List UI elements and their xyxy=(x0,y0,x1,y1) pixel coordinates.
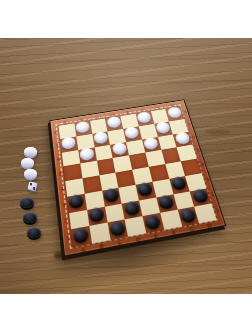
checker-black-c1[interactable] xyxy=(109,220,127,237)
spare-checker-black xyxy=(27,227,41,238)
checker-black-h2[interactable] xyxy=(191,188,209,204)
checker-white-c7[interactable] xyxy=(93,131,108,144)
checker-black-c3[interactable] xyxy=(103,188,120,204)
checker-black-b2[interactable] xyxy=(88,206,105,223)
wood-grain-streak xyxy=(205,130,231,134)
checker-black-f2[interactable] xyxy=(157,194,175,210)
checker-white-d8[interactable] xyxy=(106,116,121,129)
square-a1[interactable] xyxy=(71,226,92,247)
checker-white-d6[interactable] xyxy=(111,142,127,156)
checker-black-d2[interactable] xyxy=(123,200,140,216)
die xyxy=(27,181,38,192)
checker-white-g7[interactable] xyxy=(155,121,171,134)
checker-black-e1[interactable] xyxy=(144,213,162,230)
spare-checker-black xyxy=(20,197,34,208)
product-photo: ABCDEFGHABCDEFGH8765432187654321 xyxy=(0,0,252,336)
checker-white-b6[interactable] xyxy=(79,147,94,161)
checker-white-f6[interactable] xyxy=(143,137,159,150)
spare-checker-black xyxy=(23,212,37,223)
checker-white-b8[interactable] xyxy=(75,121,90,134)
checker-white-h6[interactable] xyxy=(174,132,190,145)
checker-white-a7[interactable] xyxy=(61,136,76,149)
checker-white-e7[interactable] xyxy=(124,126,140,139)
table-photo: ABCDEFGHABCDEFGH8765432187654321 xyxy=(0,38,252,294)
checker-black-e3[interactable] xyxy=(137,182,154,197)
checker-black-a1[interactable] xyxy=(73,226,90,243)
spare-checker-white xyxy=(21,158,34,168)
checker-black-a3[interactable] xyxy=(69,194,85,210)
spare-checker-white xyxy=(24,147,37,157)
checker-white-f8[interactable] xyxy=(137,111,152,123)
square-h1[interactable] xyxy=(194,204,216,224)
spare-checker-white xyxy=(24,169,37,179)
checker-white-h8[interactable] xyxy=(167,107,183,119)
board-grid xyxy=(59,107,217,247)
